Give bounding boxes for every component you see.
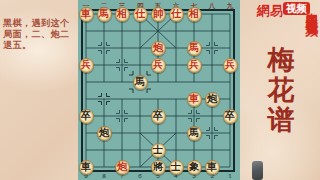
piece-炮-red: 炮: [115, 160, 130, 175]
netease-logo: 網易: [257, 2, 283, 20]
piece-象-black: 象: [187, 160, 202, 175]
piece-兵-red: 兵: [187, 58, 202, 73]
piece-士-black: 士: [169, 160, 184, 175]
piece-馬-red: 馬: [97, 7, 112, 22]
piece-馬-black: 馬: [187, 126, 202, 141]
svg-text:６: ６: [137, 173, 143, 179]
book-title-calligraphy: 梅花谱: [264, 45, 298, 135]
ink-blot-decoration: [252, 161, 263, 180]
svg-text:８: ８: [101, 173, 107, 179]
piece-馬-black: 馬: [133, 75, 148, 90]
piece-卒-black: 卒: [151, 109, 166, 124]
video-frame: 黑棋，遇到这个局面，二、炮二退五。 一二三四五六七八九９８７６５４３２１ 車馬相…: [0, 0, 320, 180]
calligraphy-char: 梅: [264, 45, 298, 75]
piece-車-red: 車: [79, 7, 94, 22]
piece-炮-black: 炮: [205, 92, 220, 107]
svg-text:九: 九: [226, 2, 234, 10]
piece-車-black: 車: [205, 160, 220, 175]
caption-line: 退五。: [3, 40, 77, 51]
piece-車-red: 車: [187, 92, 202, 107]
piece-兵-red: 兵: [151, 58, 166, 73]
piece-帥-red: 帥: [151, 7, 166, 22]
piece-仕-red: 仕: [133, 7, 148, 22]
piece-士-black: 士: [151, 143, 166, 158]
calligraphy-char: 谱: [264, 105, 298, 135]
piece-炮-black: 炮: [97, 126, 112, 141]
piece-兵-red: 兵: [79, 58, 94, 73]
piece-仕-red: 仕: [169, 7, 184, 22]
xiangqi-board: 一二三四五六七八九９８７６５４３２１ 車馬相仕帥仕相炮馬兵兵兵兵馬車炮卒卒卒炮馬…: [78, 0, 240, 180]
svg-text:八: 八: [208, 2, 216, 10]
piece-相-red: 相: [115, 7, 130, 22]
caption-line: 局面，二、炮二: [3, 29, 77, 40]
piece-炮-red: 炮: [151, 41, 166, 56]
piece-卒-black: 卒: [79, 109, 94, 124]
piece-車-black: 車: [79, 160, 94, 175]
svg-text:１: １: [227, 173, 233, 179]
series-title-vertical: 中国象棋古谱视频: [303, 3, 320, 125]
calligraphy-char: 花: [264, 75, 298, 105]
piece-卒-black: 卒: [223, 109, 238, 124]
piece-相-red: 相: [187, 7, 202, 22]
caption-line: 黑棋，遇到这个: [3, 18, 77, 29]
piece-將-black: 將: [151, 160, 166, 175]
piece-馬-red: 馬: [187, 41, 202, 56]
subtitle-caption: 黑棋，遇到这个局面，二、炮二退五。: [3, 18, 77, 51]
piece-兵-red: 兵: [223, 58, 238, 73]
